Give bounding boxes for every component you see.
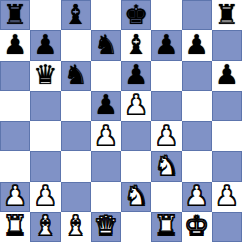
square-c6[interactable]: ♞ [61,61,91,91]
square-g2[interactable]: ♟ [182,182,212,212]
black-knight: ♞ [64,61,88,88]
black-pawn: ♟ [33,31,57,58]
square-e4[interactable] [121,121,151,151]
white-pawn: ♟ [215,182,239,209]
square-g8[interactable] [182,0,212,30]
square-f4[interactable]: ♟ [151,121,181,151]
square-h5[interactable] [212,91,242,121]
square-e2[interactable]: ♞ [121,182,151,212]
square-d1[interactable]: ♛ [91,212,121,242]
white-king: ♚ [185,212,209,239]
white-pawn: ♟ [33,182,57,209]
square-e5[interactable]: ♟ [121,91,151,121]
square-a1[interactable]: ♜ [0,212,30,242]
square-h8[interactable]: ♜ [212,0,242,30]
white-queen: ♛ [94,212,118,239]
white-bishop: ♝ [33,212,57,239]
square-d8[interactable] [91,0,121,30]
square-a8[interactable]: ♜ [0,0,30,30]
square-b7[interactable]: ♟ [30,30,60,60]
white-pawn: ♟ [124,91,148,118]
square-b1[interactable]: ♝ [30,212,60,242]
square-a2[interactable]: ♟ [0,182,30,212]
square-h6[interactable]: ♟ [212,61,242,91]
square-c7[interactable] [61,30,91,60]
square-d2[interactable] [91,182,121,212]
white-bishop: ♝ [64,212,88,239]
square-h7[interactable] [212,30,242,60]
square-g5[interactable] [182,91,212,121]
square-d7[interactable]: ♞ [91,30,121,60]
square-c8[interactable]: ♝ [61,0,91,30]
square-f2[interactable] [151,182,181,212]
square-c5[interactable] [61,91,91,121]
square-h2[interactable]: ♟ [212,182,242,212]
white-pawn: ♟ [94,122,118,149]
square-d6[interactable] [91,61,121,91]
white-rook: ♜ [154,212,178,239]
square-c4[interactable] [61,121,91,151]
black-pawn: ♟ [185,31,209,58]
black-pawn: ♟ [215,61,239,88]
square-b2[interactable]: ♟ [30,182,60,212]
black-pawn: ♟ [3,31,27,58]
square-h1[interactable] [212,212,242,242]
square-g4[interactable] [182,121,212,151]
square-d3[interactable] [91,151,121,181]
square-a3[interactable] [0,151,30,181]
square-e7[interactable]: ♝ [121,30,151,60]
square-h4[interactable] [212,121,242,151]
black-queen: ♛ [33,61,57,88]
black-bishop: ♝ [124,31,148,58]
square-a5[interactable] [0,91,30,121]
square-g7[interactable]: ♟ [182,30,212,60]
white-pawn: ♟ [154,122,178,149]
square-a7[interactable]: ♟ [0,30,30,60]
white-pawn: ♟ [185,182,209,209]
square-c1[interactable]: ♝ [61,212,91,242]
black-knight: ♞ [94,31,118,58]
square-a6[interactable] [0,61,30,91]
black-pawn: ♟ [94,91,118,118]
black-pawn: ♟ [154,31,178,58]
square-h3[interactable] [212,151,242,181]
white-knight: ♞ [124,182,148,209]
black-rook: ♜ [215,1,239,28]
square-e3[interactable] [121,151,151,181]
black-bishop: ♝ [64,1,88,28]
square-d5[interactable]: ♟ [91,91,121,121]
square-g3[interactable] [182,151,212,181]
square-f5[interactable] [151,91,181,121]
square-e8[interactable]: ♚ [121,0,151,30]
black-rook: ♜ [3,1,27,28]
square-d4[interactable]: ♟ [91,121,121,151]
square-c3[interactable] [61,151,91,181]
square-f7[interactable]: ♟ [151,30,181,60]
square-e6[interactable]: ♟ [121,61,151,91]
black-king: ♚ [124,1,148,28]
square-b3[interactable] [30,151,60,181]
white-rook: ♜ [3,212,27,239]
white-pawn: ♟ [3,182,27,209]
square-c2[interactable] [61,182,91,212]
square-a4[interactable] [0,121,30,151]
square-g6[interactable] [182,61,212,91]
black-pawn: ♟ [124,61,148,88]
white-knight: ♞ [154,152,178,179]
square-f6[interactable] [151,61,181,91]
square-f1[interactable]: ♜ [151,212,181,242]
square-b8[interactable] [30,0,60,30]
square-b4[interactable] [30,121,60,151]
square-b5[interactable] [30,91,60,121]
square-g1[interactable]: ♚ [182,212,212,242]
square-e1[interactable] [121,212,151,242]
square-f8[interactable] [151,0,181,30]
chess-board: ♜♝♚♜♟♟♞♝♟♟♛♞♟♟♟♟♟♟♞♟♟♞♟♟♜♝♝♛♜♚ [0,0,242,242]
square-f3[interactable]: ♞ [151,151,181,181]
square-b6[interactable]: ♛ [30,61,60,91]
